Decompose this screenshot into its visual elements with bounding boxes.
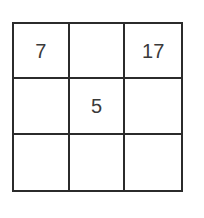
puzzle-grid: 7 17 5 xyxy=(12,22,183,192)
cell-r2c2[interactable] xyxy=(125,135,181,190)
cell-r0c1[interactable] xyxy=(70,24,126,79)
cell-r1c0[interactable] xyxy=(14,79,70,134)
cell-r2c0[interactable] xyxy=(14,135,70,190)
cell-r1c1[interactable]: 5 xyxy=(70,79,126,134)
cell-r0c0[interactable]: 7 xyxy=(14,24,70,79)
cell-r1c2[interactable] xyxy=(125,79,181,134)
puzzle-page: 7 17 5 xyxy=(0,0,204,218)
cell-r2c1[interactable] xyxy=(70,135,126,190)
cell-r0c2[interactable]: 17 xyxy=(125,24,181,79)
